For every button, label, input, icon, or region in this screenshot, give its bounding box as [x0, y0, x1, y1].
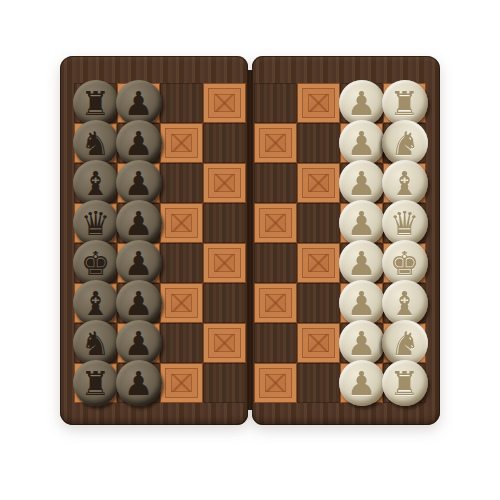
square-r8c6[interactable] [297, 363, 340, 403]
square-r6c8[interactable]: ♝ [383, 283, 426, 323]
square-r3c1[interactable]: ♝ [74, 163, 117, 203]
square-r5c2[interactable]: ♟ [117, 243, 160, 283]
piece-white-pawn[interactable]: ♟ [339, 360, 385, 406]
square-r3c6[interactable] [297, 163, 340, 203]
square-r2c5[interactable] [254, 123, 297, 163]
square-r2c1[interactable]: ♞ [74, 123, 117, 163]
square-r4c8[interactable]: ♛ [383, 203, 426, 243]
square-r8c1[interactable]: ♜ [74, 363, 117, 403]
square-r2c4[interactable] [203, 123, 246, 163]
square-r5c3[interactable] [160, 243, 203, 283]
square-r4c2[interactable]: ♟ [117, 203, 160, 243]
square-r1c5[interactable] [254, 83, 297, 123]
square-r2c3[interactable] [160, 123, 203, 163]
square-r8c7[interactable]: ♟ [340, 363, 383, 403]
square-r4c5[interactable] [254, 203, 297, 243]
square-r3c8[interactable]: ♝ [383, 163, 426, 203]
piece-black-pawn[interactable]: ♟ [116, 360, 162, 406]
square-r6c4[interactable] [203, 283, 246, 323]
chess-board: ♜♟♞♟♝♟♛♟♚♟♝♟♞♟♜♟ ♟♜♟♞♟♝♟♛♟♚♟♝♟♞♟♜ [60, 56, 440, 425]
square-r5c6[interactable] [297, 243, 340, 283]
square-r1c6[interactable] [297, 83, 340, 123]
square-r6c1[interactable]: ♝ [74, 283, 117, 323]
square-r2c6[interactable] [297, 123, 340, 163]
square-r8c4[interactable] [203, 363, 246, 403]
square-r6c5[interactable] [254, 283, 297, 323]
piece-white-rook[interactable]: ♜ [382, 360, 428, 406]
board-half-right: ♟♜♟♞♟♝♟♛♟♚♟♝♟♞♟♜ [252, 56, 440, 425]
square-r8c8[interactable]: ♜ [383, 363, 426, 403]
square-r8c3[interactable] [160, 363, 203, 403]
board-grid-right: ♟♜♟♞♟♝♟♛♟♚♟♝♟♞♟♜ [254, 83, 426, 403]
square-r2c7[interactable]: ♟ [340, 123, 383, 163]
square-r4c6[interactable] [297, 203, 340, 243]
board-half-left: ♜♟♞♟♝♟♛♟♚♟♝♟♞♟♜♟ [60, 56, 248, 425]
square-r1c4[interactable] [203, 83, 246, 123]
square-r7c1[interactable]: ♞ [74, 323, 117, 363]
square-r5c7[interactable]: ♟ [340, 243, 383, 283]
square-r7c2[interactable]: ♟ [117, 323, 160, 363]
square-r3c7[interactable]: ♟ [340, 163, 383, 203]
square-r2c2[interactable]: ♟ [117, 123, 160, 163]
square-r5c8[interactable]: ♚ [383, 243, 426, 283]
square-r1c3[interactable] [160, 83, 203, 123]
square-r4c3[interactable] [160, 203, 203, 243]
square-r3c4[interactable] [203, 163, 246, 203]
square-r6c3[interactable] [160, 283, 203, 323]
square-r7c5[interactable] [254, 323, 297, 363]
square-r6c2[interactable]: ♟ [117, 283, 160, 323]
square-r1c1[interactable]: ♜ [74, 83, 117, 123]
square-r6c7[interactable]: ♟ [340, 283, 383, 323]
square-r7c7[interactable]: ♟ [340, 323, 383, 363]
square-r6c6[interactable] [297, 283, 340, 323]
square-r4c7[interactable]: ♟ [340, 203, 383, 243]
square-r2c8[interactable]: ♞ [383, 123, 426, 163]
photo-background: ♜♟♞♟♝♟♛♟♚♟♝♟♞♟♜♟ ♟♜♟♞♟♝♟♛♟♚♟♝♟♞♟♜ [0, 0, 500, 500]
board-grid-left: ♜♟♞♟♝♟♛♟♚♟♝♟♞♟♜♟ [74, 83, 246, 403]
piece-black-rook[interactable]: ♜ [73, 360, 119, 406]
square-r7c4[interactable] [203, 323, 246, 363]
square-r3c2[interactable]: ♟ [117, 163, 160, 203]
square-r1c7[interactable]: ♟ [340, 83, 383, 123]
square-r5c5[interactable] [254, 243, 297, 283]
square-r5c4[interactable] [203, 243, 246, 283]
square-r3c3[interactable] [160, 163, 203, 203]
square-r3c5[interactable] [254, 163, 297, 203]
square-r4c4[interactable] [203, 203, 246, 243]
square-r8c5[interactable] [254, 363, 297, 403]
square-r1c2[interactable]: ♟ [117, 83, 160, 123]
square-r8c2[interactable]: ♟ [117, 363, 160, 403]
square-r1c8[interactable]: ♜ [383, 83, 426, 123]
square-r7c3[interactable] [160, 323, 203, 363]
square-r5c1[interactable]: ♚ [74, 243, 117, 283]
square-r7c8[interactable]: ♞ [383, 323, 426, 363]
square-r4c1[interactable]: ♛ [74, 203, 117, 243]
square-r7c6[interactable] [297, 323, 340, 363]
